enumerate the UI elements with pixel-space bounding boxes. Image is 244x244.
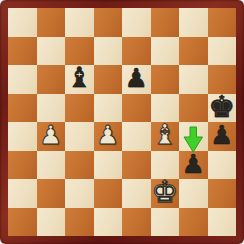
square-g6[interactable] (179, 65, 208, 94)
square-e5[interactable] (122, 94, 151, 123)
piece-white-king-f2[interactable]: ♚ (151, 177, 178, 207)
square-c2[interactable] (65, 179, 94, 208)
square-b2[interactable] (37, 179, 66, 208)
square-e6[interactable]: ♟ (122, 65, 151, 94)
square-g4[interactable] (179, 122, 208, 151)
square-d4[interactable]: ♟ (94, 122, 123, 151)
square-h8[interactable] (208, 8, 237, 37)
square-h1[interactable] (208, 208, 237, 237)
chess-board-frame: ♝♟♚♟♟♝♟♟♚ (0, 0, 244, 244)
square-c8[interactable] (65, 8, 94, 37)
chess-board: ♝♟♚♟♟♝♟♟♚ (8, 8, 236, 236)
square-e8[interactable] (122, 8, 151, 37)
square-h5[interactable]: ♚ (208, 94, 237, 123)
square-a8[interactable] (8, 8, 37, 37)
piece-white-pawn-d4[interactable]: ♟ (96, 122, 119, 148)
square-d3[interactable] (94, 151, 123, 180)
square-d5[interactable] (94, 94, 123, 123)
square-f7[interactable] (151, 37, 180, 66)
square-d2[interactable] (94, 179, 123, 208)
square-b6[interactable] (37, 65, 66, 94)
square-b5[interactable] (37, 94, 66, 123)
square-a6[interactable] (8, 65, 37, 94)
square-f8[interactable] (151, 8, 180, 37)
square-a2[interactable] (8, 179, 37, 208)
piece-black-pawn-h4[interactable]: ♟ (210, 122, 233, 148)
square-a3[interactable] (8, 151, 37, 180)
square-b7[interactable] (37, 37, 66, 66)
square-e7[interactable] (122, 37, 151, 66)
piece-black-pawn-g3[interactable]: ♟ (182, 151, 205, 177)
square-e2[interactable] (122, 179, 151, 208)
square-b3[interactable] (37, 151, 66, 180)
square-c6[interactable]: ♝ (65, 65, 94, 94)
piece-white-pawn-b4[interactable]: ♟ (39, 122, 62, 148)
square-g8[interactable] (179, 8, 208, 37)
square-b4[interactable]: ♟ (37, 122, 66, 151)
square-d8[interactable] (94, 8, 123, 37)
square-a5[interactable] (8, 94, 37, 123)
square-d6[interactable] (94, 65, 123, 94)
piece-white-bishop-f4[interactable]: ♝ (152, 121, 177, 149)
square-g5[interactable] (179, 94, 208, 123)
piece-black-bishop-c6[interactable]: ♝ (67, 64, 92, 92)
square-f2[interactable]: ♚ (151, 179, 180, 208)
square-a1[interactable] (8, 208, 37, 237)
square-f1[interactable] (151, 208, 180, 237)
square-e3[interactable] (122, 151, 151, 180)
square-e1[interactable] (122, 208, 151, 237)
square-g3[interactable]: ♟ (179, 151, 208, 180)
square-g1[interactable] (179, 208, 208, 237)
square-c3[interactable] (65, 151, 94, 180)
square-h7[interactable] (208, 37, 237, 66)
square-b8[interactable] (37, 8, 66, 37)
square-d7[interactable] (94, 37, 123, 66)
square-a7[interactable] (8, 37, 37, 66)
piece-black-king-h5[interactable]: ♚ (208, 92, 235, 122)
square-c1[interactable] (65, 208, 94, 237)
square-g7[interactable] (179, 37, 208, 66)
square-b1[interactable] (37, 208, 66, 237)
square-h2[interactable] (208, 179, 237, 208)
square-d1[interactable] (94, 208, 123, 237)
piece-black-pawn-e6[interactable]: ♟ (125, 65, 148, 91)
square-f4[interactable]: ♝ (151, 122, 180, 151)
square-h3[interactable] (208, 151, 237, 180)
square-c4[interactable] (65, 122, 94, 151)
square-f6[interactable] (151, 65, 180, 94)
square-c5[interactable] (65, 94, 94, 123)
square-e4[interactable] (122, 122, 151, 151)
square-g2[interactable] (179, 179, 208, 208)
square-a4[interactable] (8, 122, 37, 151)
square-h4[interactable]: ♟ (208, 122, 237, 151)
